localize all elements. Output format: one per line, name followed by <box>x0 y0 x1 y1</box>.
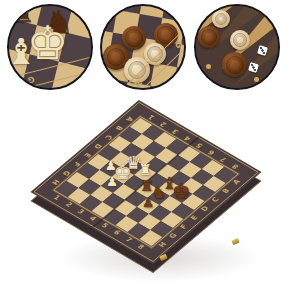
coordinate-label: G <box>27 74 36 84</box>
coordinate-label: H <box>132 78 143 89</box>
gold-dot <box>254 77 259 82</box>
checker-dark <box>198 26 220 48</box>
white-pawn-f3: ♟ <box>104 173 120 189</box>
inset-chess-piece: ♝ <box>7 34 37 70</box>
checker-dark <box>222 52 247 77</box>
white-rook-d4: ♜ <box>137 162 153 178</box>
inset-backgammon-closeup <box>194 4 280 90</box>
product-photo-chess-set: ♜♞♚♝ G F H G 12345678 <box>0 0 288 288</box>
checker-dark <box>122 26 146 50</box>
black-rook-e5: ♜ <box>139 178 155 194</box>
coordinate-label: G <box>173 40 184 51</box>
black-pawn-f6: ♟ <box>140 194 156 210</box>
coordinate-label: F <box>84 60 91 70</box>
inset-checkers-closeup: H G <box>100 4 186 90</box>
gold-dot <box>206 64 211 69</box>
checker-light <box>230 30 250 50</box>
white-pawn-e2: ♟ <box>103 157 119 173</box>
inset-chess-closeup: ♜♞♚♝ G F <box>7 4 93 90</box>
checker-light <box>212 10 230 28</box>
